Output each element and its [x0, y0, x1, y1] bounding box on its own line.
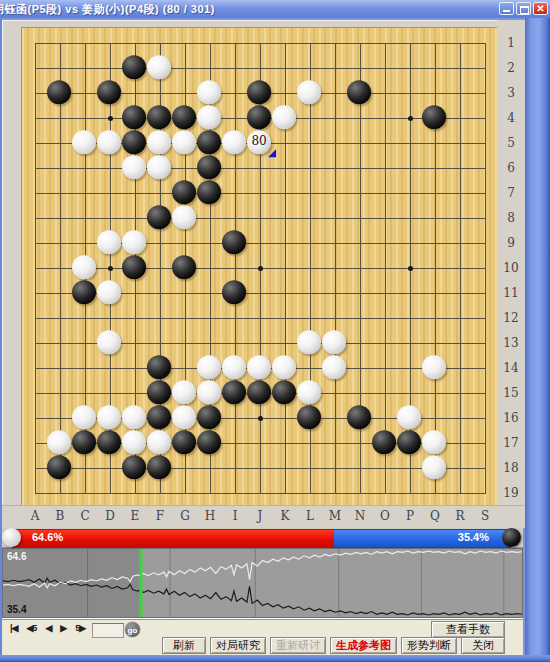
black-stone[interactable]: [147, 455, 171, 479]
row-label: 17: [497, 436, 525, 450]
black-stone[interactable]: [122, 105, 146, 129]
row-label: 10: [497, 261, 525, 275]
graph-black-label: 35.4: [7, 604, 26, 615]
move-number-label: 80: [247, 134, 271, 148]
black-stone[interactable]: [147, 405, 171, 429]
row-label: 6: [497, 161, 525, 175]
column-label: C: [78, 509, 92, 523]
white-stone[interactable]: [47, 430, 71, 454]
white-stone[interactable]: [97, 330, 121, 354]
row-labels: 12345678910111213141516171819: [497, 20, 525, 505]
row-label: 5: [497, 136, 525, 150]
column-label: F: [153, 509, 167, 523]
white-stone[interactable]: [197, 80, 221, 104]
column-label: A: [28, 509, 42, 523]
white-stone[interactable]: [122, 155, 146, 179]
white-stone[interactable]: [72, 405, 96, 429]
black-stone[interactable]: [197, 430, 221, 454]
black-stone[interactable]: [172, 105, 196, 129]
black-stone[interactable]: [222, 280, 246, 304]
white-stone[interactable]: [172, 380, 196, 404]
row-label: 12: [497, 311, 525, 325]
black-winrate-text: 35.4%: [458, 531, 489, 543]
grid-line: [485, 43, 486, 494]
maximize-button[interactable]: [516, 2, 531, 15]
black-stone[interactable]: [72, 430, 96, 454]
go-board[interactable]: 80: [22, 28, 497, 505]
black-stone[interactable]: [397, 430, 421, 454]
white-stone[interactable]: [397, 405, 421, 429]
column-label: P: [403, 509, 417, 523]
white-stone[interactable]: [122, 430, 146, 454]
graph-white-label: 64.6: [7, 551, 26, 562]
row-label: 9: [497, 236, 525, 250]
column-label: L: [303, 509, 317, 523]
black-stone[interactable]: [147, 205, 171, 229]
move-navigation: |◀◀5◀▶5▶▶|: [10, 623, 102, 633]
game-research-button[interactable]: 对局研究: [210, 637, 266, 654]
app-window: 胡钰函(P5段) vs 姜勋(小)(P4段) (80 / 301) ✕ 80 A…: [0, 0, 550, 662]
grid-line: [460, 43, 461, 494]
white-stone[interactable]: [172, 130, 196, 154]
black-stone[interactable]: [222, 230, 246, 254]
white-stone[interactable]: [72, 255, 96, 279]
white-stone[interactable]: [122, 230, 146, 254]
nav-button-back[interactable]: ◀: [45, 623, 51, 633]
black-stone[interactable]: [47, 80, 71, 104]
column-label: M: [328, 509, 342, 523]
white-stone[interactable]: [222, 130, 246, 154]
move-number-input[interactable]: [92, 623, 124, 638]
last-move-marker-icon: [268, 149, 276, 157]
black-stone[interactable]: [247, 80, 271, 104]
column-label: J: [253, 509, 267, 523]
black-stone[interactable]: [97, 80, 121, 104]
generate-reference-button[interactable]: 生成参考图: [330, 637, 397, 654]
row-label: 15: [497, 386, 525, 400]
white-stone[interactable]: [222, 355, 246, 379]
winrate-graph[interactable]: 64.6 35.4: [2, 548, 523, 618]
row-label: 16: [497, 411, 525, 425]
black-stone[interactable]: [122, 455, 146, 479]
title-bar[interactable]: 胡钰函(P5段) vs 姜勋(小)(P4段) (80 / 301) ✕: [0, 0, 550, 18]
nav-button-back5[interactable]: ◀5: [26, 623, 36, 633]
black-stone[interactable]: [197, 155, 221, 179]
white-stone[interactable]: [272, 355, 296, 379]
row-label: 14: [497, 361, 525, 375]
white-stone[interactable]: [97, 405, 121, 429]
nav-button-forward[interactable]: ▶: [60, 623, 66, 633]
white-stone[interactable]: [197, 105, 221, 129]
column-label: S: [478, 509, 492, 523]
column-label: B: [53, 509, 67, 523]
white-stone[interactable]: [147, 130, 171, 154]
black-stone[interactable]: [422, 105, 446, 129]
black-stone[interactable]: [372, 430, 396, 454]
black-stone[interactable]: [297, 405, 321, 429]
black-stone[interactable]: [97, 430, 121, 454]
white-stone[interactable]: [147, 155, 171, 179]
minimize-button[interactable]: [499, 2, 514, 15]
black-stone[interactable]: [347, 405, 371, 429]
white-stone[interactable]: [197, 355, 221, 379]
star-point: [408, 116, 413, 121]
grid-line: [35, 468, 486, 469]
column-label: D: [103, 509, 117, 523]
column-label: O: [378, 509, 392, 523]
row-label: 7: [497, 186, 525, 200]
column-label: K: [278, 509, 292, 523]
white-stone[interactable]: [422, 430, 446, 454]
grid-line: [35, 493, 486, 494]
go-button[interactable]: go: [124, 621, 141, 638]
window-title: 胡钰函(P5段) vs 姜勋(小)(P4段) (80 / 301): [0, 2, 215, 17]
black-stone[interactable]: [197, 180, 221, 204]
row-label: 18: [497, 461, 525, 475]
column-label: N: [353, 509, 367, 523]
position-judge-button[interactable]: 形势判断: [401, 637, 457, 654]
black-stone[interactable]: [172, 255, 196, 279]
black-stone[interactable]: [197, 130, 221, 154]
winrate-bar: 64.6% 35.4%: [2, 528, 523, 547]
black-stone[interactable]: [147, 355, 171, 379]
black-stone[interactable]: [222, 380, 246, 404]
black-stone[interactable]: [147, 105, 171, 129]
column-label: Q: [428, 509, 442, 523]
re-discuss-button: 重新研讨: [270, 637, 326, 654]
row-label: 4: [497, 111, 525, 125]
black-stone-icon: [502, 528, 521, 547]
nav-button-forward5[interactable]: 5▶: [75, 623, 85, 633]
black-stone[interactable]: [197, 405, 221, 429]
white-stone[interactable]: [172, 205, 196, 229]
white-stone[interactable]: [297, 80, 321, 104]
white-stone[interactable]: [72, 130, 96, 154]
black-stone[interactable]: [347, 80, 371, 104]
column-label: H: [203, 509, 217, 523]
board-panel: 80 ABCDEFGHIJKLMNOPQRS 12345678910111213…: [2, 20, 525, 527]
close-window-button[interactable]: 关闭: [461, 637, 505, 654]
white-stone[interactable]: [247, 355, 271, 379]
column-label: R: [453, 509, 467, 523]
window-border-bottom: [0, 655, 550, 662]
refresh-button[interactable]: 刷新: [162, 637, 206, 654]
black-stone[interactable]: [122, 255, 146, 279]
window-border-right: [525, 18, 550, 662]
star-point: [108, 266, 113, 271]
white-winrate-text: 64.6%: [32, 531, 63, 543]
black-stone[interactable]: [247, 105, 271, 129]
row-label: 19: [497, 486, 525, 500]
black-stone[interactable]: [172, 430, 196, 454]
star-point: [108, 116, 113, 121]
column-label: I: [228, 509, 242, 523]
column-label: G: [178, 509, 192, 523]
white-stone[interactable]: [197, 380, 221, 404]
black-stone[interactable]: [122, 130, 146, 154]
nav-button-first[interactable]: |◀: [10, 623, 17, 633]
white-stone[interactable]: [122, 405, 146, 429]
white-stone[interactable]: [297, 330, 321, 354]
star-point: [408, 266, 413, 271]
black-stone[interactable]: [247, 380, 271, 404]
window-border-left: [0, 18, 2, 662]
close-button[interactable]: ✕: [533, 2, 548, 15]
row-label: 2: [497, 61, 525, 75]
white-stone-icon: [2, 528, 21, 547]
black-stone[interactable]: [122, 55, 146, 79]
white-stone[interactable]: [422, 355, 446, 379]
black-stone[interactable]: [147, 380, 171, 404]
white-stone[interactable]: [97, 130, 121, 154]
row-label: 11: [497, 286, 525, 300]
black-stone[interactable]: [72, 280, 96, 304]
action-buttons: 刷新对局研究重新研讨生成参考图形势判断关闭: [162, 637, 505, 654]
white-stone[interactable]: [97, 280, 121, 304]
white-stone[interactable]: [147, 55, 171, 79]
view-moves-button[interactable]: 查看手数: [431, 621, 505, 638]
row-label: 1: [497, 36, 525, 50]
column-labels: ABCDEFGHIJKLMNOPQRS: [2, 505, 525, 528]
white-stone[interactable]: [297, 380, 321, 404]
black-stone[interactable]: [172, 180, 196, 204]
row-label: 13: [497, 336, 525, 350]
star-point: [258, 416, 263, 421]
row-label: 3: [497, 86, 525, 100]
black-stone[interactable]: [272, 380, 296, 404]
white-stone[interactable]: [322, 355, 346, 379]
grid-line: [385, 43, 386, 494]
black-stone[interactable]: [47, 455, 71, 479]
grid-line: [335, 43, 336, 494]
white-stone[interactable]: [422, 455, 446, 479]
white-stone[interactable]: [172, 405, 196, 429]
white-stone[interactable]: [322, 330, 346, 354]
white-stone[interactable]: [147, 430, 171, 454]
white-stone[interactable]: [272, 105, 296, 129]
white-stone[interactable]: [97, 230, 121, 254]
column-label: E: [128, 509, 142, 523]
winrate-track: [12, 529, 511, 548]
last-move-stone[interactable]: 80: [247, 130, 271, 154]
row-label: 8: [497, 211, 525, 225]
close-icon: ✕: [534, 3, 547, 15]
control-bar: |◀◀5◀▶5▶▶| go 查看手数 刷新对局研究重新研讨生成参考图形势判断关闭: [2, 618, 523, 656]
star-point: [258, 266, 263, 271]
grid-line: [35, 318, 486, 319]
